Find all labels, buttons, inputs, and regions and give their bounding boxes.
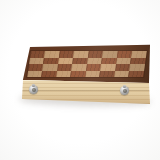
board-square xyxy=(101,58,116,65)
board-square xyxy=(88,51,103,58)
board-square xyxy=(129,64,144,71)
board-square xyxy=(27,71,42,78)
board-square xyxy=(102,51,117,58)
board-square xyxy=(100,64,115,71)
board-square xyxy=(59,51,74,58)
board-square xyxy=(73,51,88,58)
board-square xyxy=(58,58,73,65)
board-square xyxy=(57,64,72,71)
board-square xyxy=(86,64,101,71)
board-square xyxy=(28,64,43,71)
board-square xyxy=(85,71,100,78)
board-square xyxy=(128,71,143,78)
board-square xyxy=(131,51,146,58)
board-square xyxy=(100,71,115,78)
board-square xyxy=(56,71,71,78)
left-clasp-icon xyxy=(29,85,38,94)
checkerboard xyxy=(27,51,146,77)
board-square xyxy=(45,51,60,58)
box-top-face xyxy=(20,43,152,85)
board-square xyxy=(73,58,88,65)
board-square xyxy=(87,58,102,65)
board-square xyxy=(130,58,145,65)
board-square xyxy=(29,58,44,65)
board-square xyxy=(30,51,45,58)
board-square xyxy=(115,64,130,71)
board-square xyxy=(42,71,57,78)
board-square xyxy=(117,51,132,58)
product-photo xyxy=(0,0,160,160)
board-square xyxy=(71,71,86,78)
board-square xyxy=(44,58,59,65)
board-square xyxy=(116,58,131,65)
board-square xyxy=(72,64,87,71)
board-square xyxy=(114,71,129,78)
board-square xyxy=(43,64,58,71)
right-clasp-icon xyxy=(120,86,129,95)
